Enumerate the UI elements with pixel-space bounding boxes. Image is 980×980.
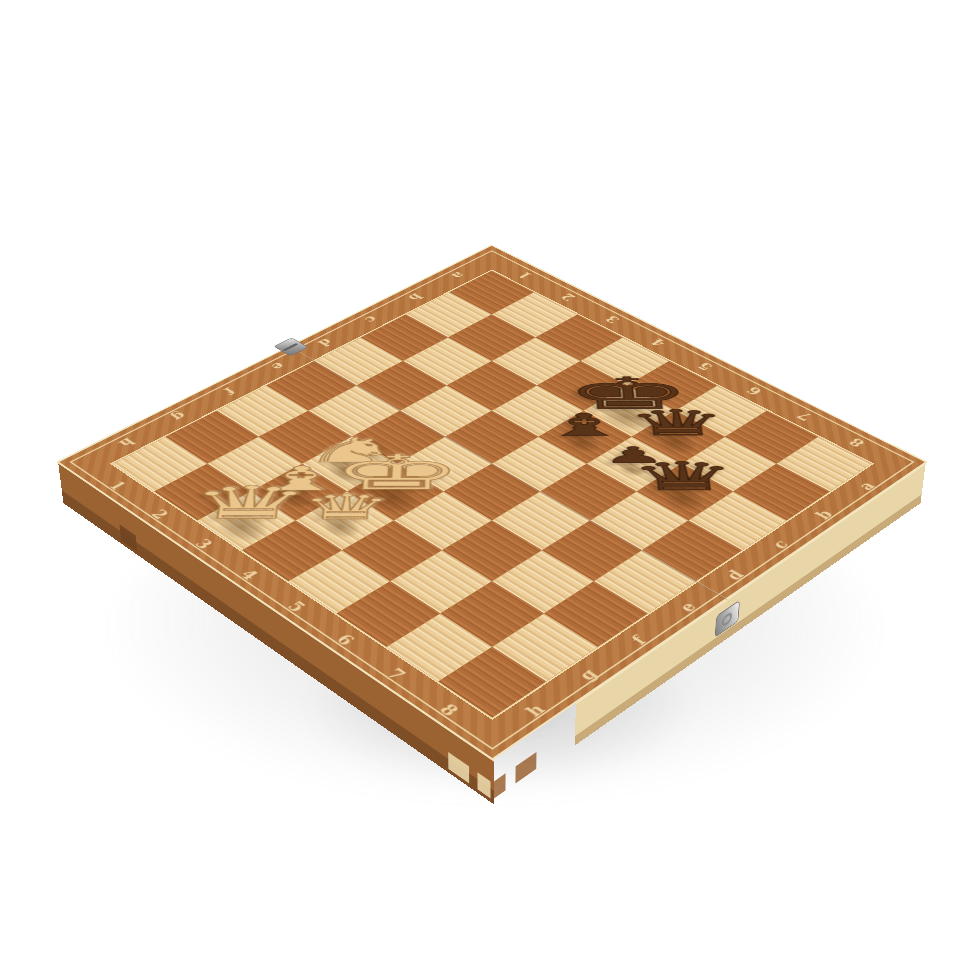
coord-rank-top-8: 8	[839, 432, 875, 453]
square-f5[interactable]	[394, 492, 492, 551]
coord-file-left-d: d	[308, 333, 342, 351]
square-h3[interactable]	[197, 492, 295, 551]
coord-rank-bottom-2: 2	[140, 503, 178, 526]
coord-rank-bottom-5: 5	[276, 594, 316, 619]
clasp-icon	[715, 600, 740, 638]
coord-file-right-b: b	[806, 503, 844, 526]
black-bishop-glyph: ♝	[540, 413, 629, 437]
coord-file-right-g: g	[568, 661, 610, 688]
coord-file-right-c: c	[762, 533, 801, 556]
coord-file-right-d: d	[716, 563, 755, 587]
coord-rank-top-4: 4	[641, 333, 675, 351]
coord-rank-bottom-1: 1	[98, 475, 135, 497]
clasp-ring	[721, 610, 732, 628]
coord-rank-bottom-6: 6	[324, 627, 365, 653]
coord-file-right-f: f	[619, 627, 660, 653]
dovetail-joint	[515, 752, 536, 784]
dovetail-joint	[448, 752, 469, 784]
coord-rank-bottom-8: 8	[427, 696, 469, 724]
coord-rank-bottom-4: 4	[229, 563, 268, 587]
chess-board: 11aa22bb33cc44dd55ee66ff77gg88hh ♚♝♛♟♞♛♝…	[56, 245, 927, 761]
coord-file-right-a: a	[848, 475, 885, 497]
black-queen-glyph: ♛	[625, 409, 730, 437]
coord-file-left-b: b	[399, 288, 432, 305]
dovetail-joint	[119, 524, 137, 552]
photo-stage: 11aa22bb33cc44dd55ee66ff77gg88hh ♚♝♛♟♞♛♝…	[0, 0, 980, 980]
hinge-pin	[282, 343, 299, 351]
board-surface: 11aa22bb33cc44dd55ee66ff77gg88hh ♚♝♛♟♞♛♝…	[56, 245, 927, 761]
dovetail-joint	[477, 772, 490, 798]
coord-rank-bottom-3: 3	[184, 533, 223, 556]
square-b8[interactable]	[733, 464, 829, 521]
dovetail-joint	[494, 773, 506, 798]
coord-file-left-h: h	[109, 432, 145, 453]
scene-3d: 11aa22bb33cc44dd55ee66ff77gg88hh ♚♝♛♟♞♛♝…	[0, 0, 980, 980]
coord-file-right-e: e	[668, 594, 708, 619]
coord-rank-bottom-7: 7	[375, 661, 417, 688]
coord-rank-top-1: 1	[509, 267, 541, 284]
